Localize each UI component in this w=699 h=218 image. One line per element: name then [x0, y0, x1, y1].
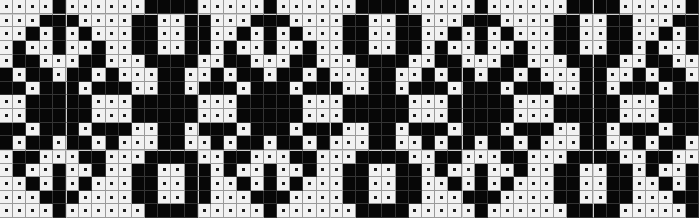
grid-cell	[554, 68, 567, 82]
grid-cell	[119, 0, 132, 14]
grid-cell	[290, 95, 303, 109]
grid-cell	[620, 14, 633, 28]
stitch-dot-icon	[664, 168, 667, 171]
stitch-dot-icon	[255, 5, 258, 8]
stitch-dot-icon	[136, 59, 139, 62]
grid-cell	[541, 82, 554, 96]
grid-cell	[158, 95, 171, 109]
grid-cell	[475, 123, 488, 137]
grid-cell	[66, 14, 79, 28]
grid-cell	[409, 27, 422, 41]
grid-cell	[422, 55, 435, 69]
grid-cell	[145, 0, 158, 14]
grid-cell	[448, 27, 461, 41]
grid-cell	[40, 123, 53, 137]
stitch-dot-icon	[545, 182, 548, 185]
stitch-dot-icon	[427, 155, 430, 158]
stitch-dot-icon	[585, 196, 588, 199]
stitch-dot-icon	[335, 46, 338, 49]
grid-cell	[528, 14, 541, 28]
grid-cell	[277, 109, 290, 123]
stitch-dot-icon	[176, 46, 179, 49]
stitch-dot-icon	[413, 59, 416, 62]
grid-cell	[132, 68, 145, 82]
grid-cell	[554, 123, 567, 137]
grid-cell	[79, 204, 92, 218]
stitch-dot-icon	[5, 209, 8, 212]
grid-cell	[448, 177, 461, 191]
grid-cell	[528, 0, 541, 14]
grid-cell	[303, 82, 316, 96]
stitch-dot-icon	[335, 168, 338, 171]
stitch-dot-icon	[295, 5, 298, 8]
stitch-dot-icon	[216, 209, 219, 212]
stitch-dot-icon	[467, 209, 470, 212]
grid-cell	[40, 82, 53, 96]
grid-cell	[0, 0, 13, 14]
grid-cell	[264, 136, 277, 150]
grid-cell	[514, 136, 527, 150]
grid-cell	[435, 164, 448, 178]
grid-cell	[224, 41, 237, 55]
grid-cell	[251, 27, 264, 41]
stitch-dot-icon	[216, 5, 219, 8]
grid-cell	[317, 150, 330, 164]
grid-cell	[26, 41, 39, 55]
grid-cell	[198, 204, 211, 218]
grid-cell	[435, 177, 448, 191]
grid-cell	[277, 191, 290, 205]
stitch-dot-icon	[136, 87, 139, 90]
grid-cell	[409, 95, 422, 109]
grid-cell	[541, 68, 554, 82]
grid-cell	[119, 109, 132, 123]
grid-cell	[40, 150, 53, 164]
stitch-dot-icon	[545, 114, 548, 117]
grid-cell	[0, 136, 13, 150]
grid-cell	[158, 177, 171, 191]
stitch-dot-icon	[5, 32, 8, 35]
grid-cell	[317, 95, 330, 109]
grid-cell	[488, 95, 501, 109]
grid-cell	[277, 27, 290, 41]
grid-cell	[303, 191, 316, 205]
stitch-dot-icon	[123, 209, 126, 212]
stitch-dot-icon	[387, 168, 390, 171]
grid-cell	[580, 95, 593, 109]
grid-cell	[53, 41, 66, 55]
grid-cell	[198, 41, 211, 55]
grid-cell	[343, 55, 356, 69]
grid-cell	[158, 27, 171, 41]
grid-cell	[646, 27, 659, 41]
stitch-dot-icon	[519, 5, 522, 8]
grid-cell	[251, 136, 264, 150]
grid-cell	[0, 123, 13, 137]
grid-cell	[132, 0, 145, 14]
grid-cell	[488, 204, 501, 218]
grid-cell	[580, 177, 593, 191]
grid-cell	[185, 150, 198, 164]
grid-cell	[158, 191, 171, 205]
stitch-dot-icon	[506, 46, 509, 49]
grid-cell	[409, 191, 422, 205]
stitch-dot-icon	[506, 209, 509, 212]
grid-cell	[53, 109, 66, 123]
stitch-dot-icon	[123, 19, 126, 22]
grid-cell	[541, 191, 554, 205]
grid-cell	[26, 164, 39, 178]
stitch-dot-icon	[295, 209, 298, 212]
grid-cell	[356, 27, 369, 41]
stitch-dot-icon	[44, 155, 47, 158]
grid-cell	[567, 27, 580, 41]
grid-cell	[79, 95, 92, 109]
grid-cell	[607, 204, 620, 218]
grid-cell	[396, 123, 409, 137]
grid-cell	[277, 68, 290, 82]
grid-cell	[541, 109, 554, 123]
stitch-dot-icon	[664, 46, 667, 49]
grid-cell	[264, 150, 277, 164]
grid-cell	[40, 41, 53, 55]
grid-cell	[145, 95, 158, 109]
grid-cell	[593, 14, 606, 28]
stitch-dot-icon	[335, 32, 338, 35]
grid-cell	[290, 109, 303, 123]
grid-cell	[303, 123, 316, 137]
stitch-dot-icon	[110, 114, 113, 117]
stitch-dot-icon	[545, 141, 548, 144]
grid-cell	[686, 150, 699, 164]
grid-cell	[659, 136, 672, 150]
grid-cell	[53, 164, 66, 178]
stitch-dot-icon	[295, 19, 298, 22]
grid-cell	[251, 14, 264, 28]
grid-cell	[185, 55, 198, 69]
grid-cell	[185, 41, 198, 55]
stitch-dot-icon	[31, 87, 34, 90]
grid-cell	[567, 68, 580, 82]
grid-cell	[132, 191, 145, 205]
grid-cell	[514, 41, 527, 55]
stitch-dot-icon	[559, 87, 562, 90]
grid-cell	[66, 68, 79, 82]
grid-cell	[290, 41, 303, 55]
stitch-dot-icon	[84, 168, 87, 171]
grid-cell	[659, 41, 672, 55]
grid-cell	[659, 55, 672, 69]
grid-cell	[264, 41, 277, 55]
stitch-dot-icon	[413, 100, 416, 103]
grid-cell	[475, 204, 488, 218]
grid-cell	[488, 82, 501, 96]
grid-cell	[264, 55, 277, 69]
grid-cell	[633, 14, 646, 28]
stitch-dot-icon	[519, 32, 522, 35]
grid-cell	[237, 14, 250, 28]
grid-cell	[448, 164, 461, 178]
grid-cell	[13, 68, 26, 82]
stitch-dot-icon	[5, 19, 8, 22]
grid-cell	[343, 41, 356, 55]
stitch-dot-icon	[44, 59, 47, 62]
grid-cell	[343, 123, 356, 137]
grid-cell	[554, 164, 567, 178]
grid-cell	[541, 136, 554, 150]
stitch-dot-icon	[519, 209, 522, 212]
stitch-dot-icon	[664, 5, 667, 8]
stitch-dot-icon	[123, 100, 126, 103]
stitch-dot-icon	[189, 141, 192, 144]
stitch-dot-icon	[624, 100, 627, 103]
grid-cell	[528, 123, 541, 137]
grid-cell	[686, 82, 699, 96]
grid-cell	[620, 82, 633, 96]
grid-cell	[119, 82, 132, 96]
stitch-dot-icon	[57, 141, 60, 144]
grid-cell	[40, 191, 53, 205]
grid-cell	[620, 55, 633, 69]
grid-cell	[646, 82, 659, 96]
stitch-dot-icon	[18, 182, 21, 185]
grid-cell	[317, 109, 330, 123]
grid-cell	[620, 164, 633, 178]
stitch-dot-icon	[479, 155, 482, 158]
grid-cell	[106, 177, 119, 191]
stitch-dot-icon	[44, 32, 47, 35]
stitch-dot-icon	[413, 141, 416, 144]
grid-cell	[448, 41, 461, 55]
stitch-dot-icon	[400, 141, 403, 144]
stitch-dot-icon	[321, 59, 324, 62]
grid-cell	[40, 164, 53, 178]
stitch-dot-icon	[467, 59, 470, 62]
grid-cell	[145, 41, 158, 55]
stitch-dot-icon	[31, 5, 34, 8]
grid-cell	[488, 0, 501, 14]
stitch-dot-icon	[57, 59, 60, 62]
grid-cell	[488, 164, 501, 178]
grid-cell	[607, 191, 620, 205]
grid-cell	[119, 27, 132, 41]
stitch-dot-icon	[203, 114, 206, 117]
grid-cell	[554, 41, 567, 55]
grid-cell	[356, 82, 369, 96]
grid-cell	[158, 14, 171, 28]
grid-cell	[356, 41, 369, 55]
stitch-dot-icon	[624, 209, 627, 212]
stitch-dot-icon	[84, 209, 87, 212]
grid-cell	[317, 0, 330, 14]
grid-cell	[26, 0, 39, 14]
grid-cell	[580, 0, 593, 14]
stitch-dot-icon	[136, 73, 139, 76]
stitch-dot-icon	[163, 46, 166, 49]
stitch-dot-icon	[110, 168, 113, 171]
grid-cell	[290, 68, 303, 82]
grid-cell	[317, 177, 330, 191]
grid-cell	[13, 14, 26, 28]
stitch-dot-icon	[31, 46, 34, 49]
grid-cell	[13, 41, 26, 55]
grid-cell	[501, 150, 514, 164]
grid-cell	[53, 191, 66, 205]
grid-cell	[303, 68, 316, 82]
stitch-dot-icon	[440, 114, 443, 117]
grid-cell	[264, 27, 277, 41]
grid-cell	[686, 109, 699, 123]
grid-cell	[224, 95, 237, 109]
grid-cell	[158, 150, 171, 164]
grid-cell	[448, 136, 461, 150]
stitch-dot-icon	[295, 127, 298, 130]
grid-cell	[356, 177, 369, 191]
grid-cell	[633, 95, 646, 109]
grid-cell	[303, 204, 316, 218]
grid-cell	[119, 191, 132, 205]
stitch-dot-icon	[216, 196, 219, 199]
stitch-dot-icon	[453, 168, 456, 171]
stitch-dot-icon	[295, 46, 298, 49]
grid-cell	[66, 164, 79, 178]
grid-cell	[13, 95, 26, 109]
grid-cell	[475, 0, 488, 14]
grid-cell	[659, 109, 672, 123]
grid-cell	[396, 27, 409, 41]
stitch-dot-icon	[110, 182, 113, 185]
stitch-dot-icon	[545, 73, 548, 76]
stitch-dot-icon	[493, 209, 496, 212]
grid-cell	[119, 204, 132, 218]
stitch-dot-icon	[97, 182, 100, 185]
grid-cell	[251, 191, 264, 205]
grid-cell	[514, 204, 527, 218]
stitch-dot-icon	[110, 19, 113, 22]
stitch-dot-icon	[123, 59, 126, 62]
grid-cell	[554, 177, 567, 191]
grid-cell	[422, 136, 435, 150]
grid-cell	[66, 191, 79, 205]
grid-cell	[290, 204, 303, 218]
grid-cell	[382, 164, 395, 178]
stitch-dot-icon	[545, 168, 548, 171]
stitch-dot-icon	[387, 19, 390, 22]
grid-cell	[422, 27, 435, 41]
stitch-dot-icon	[321, 168, 324, 171]
stitch-dot-icon	[97, 141, 100, 144]
grid-cell	[554, 95, 567, 109]
stitch-dot-icon	[427, 209, 430, 212]
grid-cell	[567, 82, 580, 96]
grid-cell	[317, 27, 330, 41]
grid-cell	[514, 0, 527, 14]
stitch-dot-icon	[467, 182, 470, 185]
grid-cell	[211, 82, 224, 96]
grid-cell	[409, 68, 422, 82]
stitch-dot-icon	[189, 127, 192, 130]
stitch-dot-icon	[189, 73, 192, 76]
grid-cell	[26, 191, 39, 205]
grid-cell	[277, 164, 290, 178]
stitch-dot-icon	[18, 19, 21, 22]
grid-cell	[580, 191, 593, 205]
stitch-dot-icon	[229, 114, 232, 117]
grid-cell	[620, 27, 633, 41]
grid-cell	[198, 109, 211, 123]
grid-cell	[106, 0, 119, 14]
grid-cell	[132, 204, 145, 218]
grid-cell	[251, 68, 264, 82]
grid-cell	[40, 14, 53, 28]
grid-cell	[659, 164, 672, 178]
grid-cell	[607, 177, 620, 191]
stitch-dot-icon	[545, 196, 548, 199]
grid-cell	[528, 68, 541, 82]
stitch-dot-icon	[400, 127, 403, 130]
grid-cell	[132, 150, 145, 164]
grid-cell	[158, 0, 171, 14]
stitch-dot-icon	[413, 209, 416, 212]
stitch-dot-icon	[5, 46, 8, 49]
stitch-dot-icon	[242, 209, 245, 212]
grid-cell	[13, 82, 26, 96]
grid-cell	[607, 27, 620, 41]
grid-cell	[462, 150, 475, 164]
grid-cell	[330, 68, 343, 82]
grid-cell	[145, 123, 158, 137]
stitch-dot-icon	[427, 5, 430, 8]
grid-cell	[620, 150, 633, 164]
grid-cell	[53, 95, 66, 109]
grid-cell	[264, 191, 277, 205]
grid-cell	[343, 191, 356, 205]
grid-cell	[330, 82, 343, 96]
grid-cell	[501, 14, 514, 28]
stitch-dot-icon	[545, 5, 548, 8]
stitch-dot-icon	[295, 168, 298, 171]
stitch-dot-icon	[5, 114, 8, 117]
stitch-dot-icon	[638, 59, 641, 62]
grid-cell	[198, 14, 211, 28]
stitch-dot-icon	[123, 32, 126, 35]
stitch-dot-icon	[31, 168, 34, 171]
grid-cell	[462, 164, 475, 178]
grid-cell	[53, 68, 66, 82]
grid-cell	[66, 55, 79, 69]
grid-cell	[593, 136, 606, 150]
grid-cell	[251, 109, 264, 123]
stitch-dot-icon	[427, 32, 430, 35]
stitch-dot-icon	[585, 168, 588, 171]
grid-cell	[646, 95, 659, 109]
grid-cell	[264, 14, 277, 28]
grid-cell	[686, 136, 699, 150]
grid-cell	[290, 14, 303, 28]
grid-cell	[40, 55, 53, 69]
knitting-chart-grid	[0, 0, 699, 218]
grid-cell	[66, 95, 79, 109]
stitch-dot-icon	[18, 209, 21, 212]
grid-cell	[290, 55, 303, 69]
stitch-dot-icon	[163, 19, 166, 22]
grid-cell	[303, 109, 316, 123]
grid-cell	[13, 164, 26, 178]
stitch-dot-icon	[308, 196, 311, 199]
stitch-dot-icon	[176, 182, 179, 185]
grid-cell	[435, 95, 448, 109]
grid-cell	[422, 204, 435, 218]
